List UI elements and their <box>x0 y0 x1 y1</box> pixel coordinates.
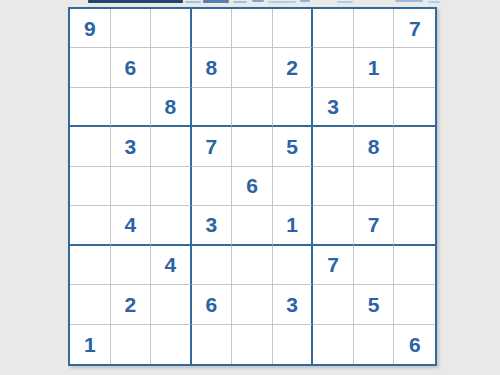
cell-r9c5[interactable] <box>232 325 273 364</box>
cell-r6c7[interactable] <box>313 206 354 245</box>
cell-r1c2[interactable] <box>111 9 152 48</box>
cell-r5c7[interactable] <box>313 167 354 206</box>
given-digit: 1 <box>286 214 298 235</box>
cell-r9c7[interactable] <box>313 325 354 364</box>
cell-r5c6[interactable] <box>273 167 314 206</box>
given-digit: 7 <box>368 214 380 235</box>
cell-r5c9[interactable] <box>394 167 435 206</box>
cell-r7c2[interactable] <box>111 246 152 285</box>
cell-r9c3[interactable] <box>151 325 192 364</box>
cell-r1c8[interactable] <box>354 9 395 48</box>
given-digit: 3 <box>286 294 298 315</box>
cell-r4c4[interactable]: 7 <box>192 127 233 166</box>
cell-r2c1[interactable] <box>70 48 111 87</box>
cropped-artifact <box>337 1 353 3</box>
cell-r9c4[interactable] <box>192 325 233 364</box>
cell-r2c6[interactable]: 2 <box>273 48 314 87</box>
cell-r5c8[interactable] <box>354 167 395 206</box>
cell-r7c4[interactable] <box>192 246 233 285</box>
given-digit: 6 <box>206 294 218 315</box>
cell-r4c3[interactable] <box>151 127 192 166</box>
cropped-artifact <box>233 1 247 3</box>
cell-r6c6[interactable]: 1 <box>273 206 314 245</box>
given-digit: 2 <box>286 57 298 78</box>
cell-r5c4[interactable] <box>192 167 233 206</box>
cell-r2c3[interactable] <box>151 48 192 87</box>
cell-r8c2[interactable]: 2 <box>111 285 152 324</box>
given-digit: 6 <box>246 175 258 196</box>
cell-r6c3[interactable] <box>151 206 192 245</box>
cell-r7c9[interactable] <box>394 246 435 285</box>
cell-r3c7[interactable]: 3 <box>313 88 354 127</box>
cropped-artifact <box>268 1 296 3</box>
screen: 9768218337586431747263516 <box>0 0 500 375</box>
sudoku-board: 9768218337586431747263516 <box>68 7 437 366</box>
cell-r9c8[interactable] <box>354 325 395 364</box>
cell-r6c2[interactable]: 4 <box>111 206 152 245</box>
cell-r8c3[interactable] <box>151 285 192 324</box>
given-digit: 9 <box>84 18 96 39</box>
cell-r1c4[interactable] <box>192 9 233 48</box>
cell-r8c7[interactable] <box>313 285 354 324</box>
cell-r4c7[interactable] <box>313 127 354 166</box>
cell-r4c2[interactable]: 3 <box>111 127 152 166</box>
cell-r1c3[interactable] <box>151 9 192 48</box>
given-digit: 2 <box>124 294 136 315</box>
given-digit: 4 <box>124 214 136 235</box>
cell-r4c8[interactable]: 8 <box>354 127 395 166</box>
cell-r1c9[interactable]: 7 <box>394 9 435 48</box>
cropped-artifact <box>428 1 440 3</box>
cell-r3c6[interactable] <box>273 88 314 127</box>
given-digit: 3 <box>327 96 339 117</box>
cell-r6c9[interactable] <box>394 206 435 245</box>
given-digit: 5 <box>286 136 298 157</box>
cell-r6c8[interactable]: 7 <box>354 206 395 245</box>
cell-r1c1[interactable]: 9 <box>70 9 111 48</box>
cell-r5c5[interactable]: 6 <box>232 167 273 206</box>
cropped-artifact <box>300 0 310 2</box>
given-digit: 1 <box>84 334 96 355</box>
given-digit: 8 <box>165 96 177 117</box>
cell-r3c8[interactable] <box>354 88 395 127</box>
cell-r6c1[interactable] <box>70 206 111 245</box>
cell-r8c1[interactable] <box>70 285 111 324</box>
cell-r9c1[interactable]: 1 <box>70 325 111 364</box>
cell-r2c5[interactable] <box>232 48 273 87</box>
cell-r9c6[interactable] <box>273 325 314 364</box>
cell-r2c4[interactable]: 8 <box>192 48 233 87</box>
cropped-artifact <box>395 0 423 2</box>
cell-r8c6[interactable]: 3 <box>273 285 314 324</box>
cell-r7c1[interactable] <box>70 246 111 285</box>
cell-r3c1[interactable] <box>70 88 111 127</box>
cell-r5c3[interactable] <box>151 167 192 206</box>
cell-r6c4[interactable]: 3 <box>192 206 233 245</box>
cell-r9c9[interactable]: 6 <box>394 325 435 364</box>
cell-r7c8[interactable] <box>354 246 395 285</box>
cell-r9c2[interactable] <box>111 325 152 364</box>
given-digit: 1 <box>368 57 380 78</box>
given-digit: 7 <box>327 254 339 275</box>
cell-r8c5[interactable] <box>232 285 273 324</box>
cell-r6c5[interactable] <box>232 206 273 245</box>
given-digit: 4 <box>165 254 177 275</box>
given-digit: 6 <box>409 334 421 355</box>
cell-r1c6[interactable] <box>273 9 314 48</box>
cell-r3c3[interactable]: 8 <box>151 88 192 127</box>
cell-r3c2[interactable] <box>111 88 152 127</box>
cell-r8c9[interactable] <box>394 285 435 324</box>
cropped-artifact <box>88 0 183 3</box>
cell-r8c8[interactable]: 5 <box>354 285 395 324</box>
cell-r5c2[interactable] <box>111 167 152 206</box>
given-digit: 3 <box>124 136 136 157</box>
cell-r7c6[interactable] <box>273 246 314 285</box>
cell-r7c5[interactable] <box>232 246 273 285</box>
cell-r4c9[interactable] <box>394 127 435 166</box>
cell-r4c1[interactable] <box>70 127 111 166</box>
cell-r2c9[interactable] <box>394 48 435 87</box>
cell-r4c6[interactable]: 5 <box>273 127 314 166</box>
cell-r3c4[interactable] <box>192 88 233 127</box>
given-digit: 8 <box>206 57 218 78</box>
given-digit: 6 <box>124 57 136 78</box>
cell-r7c3[interactable]: 4 <box>151 246 192 285</box>
cell-r4c5[interactable] <box>232 127 273 166</box>
cell-r2c2[interactable]: 6 <box>111 48 152 87</box>
cell-r1c7[interactable] <box>313 9 354 48</box>
cropped-artifact <box>203 0 229 3</box>
cell-r2c8[interactable]: 1 <box>354 48 395 87</box>
given-digit: 7 <box>409 18 421 39</box>
cell-r1c5[interactable] <box>232 9 273 48</box>
cell-r2c7[interactable] <box>313 48 354 87</box>
given-digit: 5 <box>368 294 380 315</box>
given-digit: 7 <box>206 136 218 157</box>
cropped-artifact <box>185 1 201 3</box>
cell-r3c5[interactable] <box>232 88 273 127</box>
given-digit: 8 <box>368 136 380 157</box>
cell-r3c9[interactable] <box>394 88 435 127</box>
cell-r7c7[interactable]: 7 <box>313 246 354 285</box>
cell-r8c4[interactable]: 6 <box>192 285 233 324</box>
given-digit: 3 <box>206 214 218 235</box>
cell-r5c1[interactable] <box>70 167 111 206</box>
cropped-artifact <box>252 0 264 2</box>
